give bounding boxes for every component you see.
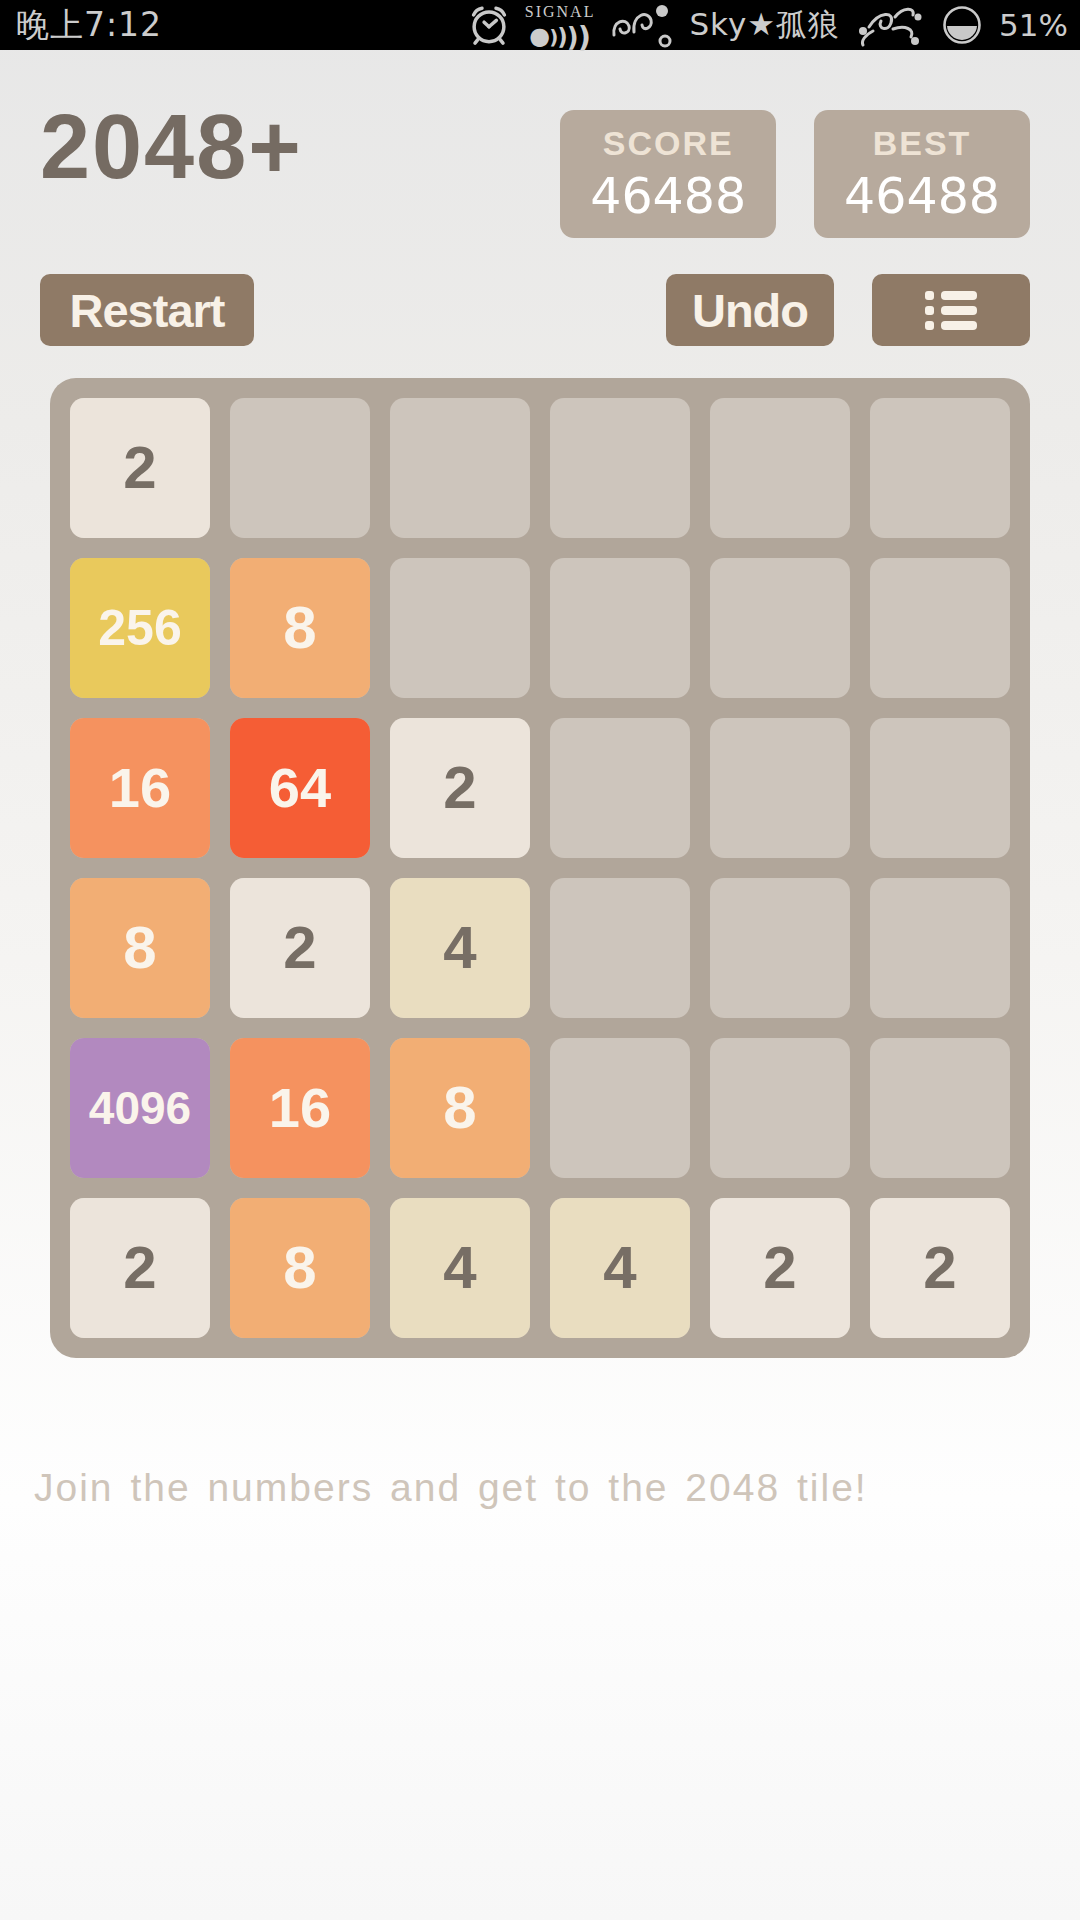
board-cell: 2 xyxy=(390,718,530,858)
signal-indicator: SIGNAL ●)))) xyxy=(525,4,596,47)
board-cell xyxy=(550,718,690,858)
board-cell: 8 xyxy=(390,1038,530,1178)
board-cell xyxy=(390,558,530,698)
board-cell: 2 xyxy=(70,1198,210,1338)
tile-4: 4 xyxy=(550,1198,690,1338)
board-cell xyxy=(870,878,1010,1018)
footer-tagline: Join the numbers and get to the 2048 til… xyxy=(34,1466,1034,1510)
tile-16: 16 xyxy=(70,718,210,858)
list-menu-icon xyxy=(925,291,977,330)
score-box: SCORE 46488 xyxy=(560,110,776,238)
score-label: SCORE xyxy=(603,124,734,163)
board-cell: 16 xyxy=(230,1038,370,1178)
board-cell: 4096 xyxy=(70,1038,210,1178)
board-cell xyxy=(550,398,690,538)
best-label: BEST xyxy=(873,124,972,163)
board-cell: 64 xyxy=(230,718,370,858)
board-cell: 2 xyxy=(870,1198,1010,1338)
board-cell xyxy=(870,1038,1010,1178)
score-row: SCORE 46488 BEST 46488 xyxy=(560,110,1030,238)
tile-2: 2 xyxy=(230,878,370,1018)
best-value: 46488 xyxy=(844,168,1000,225)
board-cell: 8 xyxy=(70,878,210,1018)
board-cell xyxy=(710,398,850,538)
board-cell: 8 xyxy=(230,1198,370,1338)
board-cell xyxy=(710,1038,850,1178)
score-value: 46488 xyxy=(590,168,746,225)
controls-row: Restart Undo xyxy=(40,274,1030,346)
clock-time: 晚上7:12 xyxy=(16,3,162,48)
undo-button[interactable]: Undo xyxy=(666,274,834,346)
tile-8: 8 xyxy=(230,558,370,698)
battery-circle-half-icon xyxy=(940,3,984,47)
signal-label: SIGNAL xyxy=(525,4,596,20)
tile-64: 64 xyxy=(230,718,370,858)
board-cell: 4 xyxy=(550,1198,690,1338)
flourish-right-icon xyxy=(855,1,925,49)
board-cell xyxy=(550,878,690,1018)
tile-16: 16 xyxy=(230,1038,370,1178)
board-cell xyxy=(870,558,1010,698)
tile-4: 4 xyxy=(390,1198,530,1338)
board-cell xyxy=(550,1038,690,1178)
tile-8: 8 xyxy=(70,878,210,1018)
board-cell xyxy=(390,398,530,538)
board-cell xyxy=(710,558,850,698)
tile-2: 2 xyxy=(870,1198,1010,1338)
tile-2: 2 xyxy=(710,1198,850,1338)
board-cell xyxy=(550,558,690,698)
tile-2: 2 xyxy=(70,398,210,538)
board-cell: 256 xyxy=(70,558,210,698)
menu-button[interactable] xyxy=(872,274,1030,346)
flourish-left-icon xyxy=(610,1,674,49)
status-bar: 晚上7:12 SIGNAL ●)))) Sky★孤狼 xyxy=(0,0,1080,50)
board-cell xyxy=(870,718,1010,858)
board-cell: 4 xyxy=(390,878,530,1018)
board[interactable]: 22568166428244096168284422 xyxy=(50,378,1030,1358)
board-cell xyxy=(710,718,850,858)
battery-percent-text: 51% xyxy=(999,7,1068,43)
board-cell xyxy=(710,878,850,1018)
board-cell: 2 xyxy=(70,398,210,538)
restart-button[interactable]: Restart xyxy=(40,274,254,346)
board-cell xyxy=(870,398,1010,538)
tile-8: 8 xyxy=(390,1038,530,1178)
board-cell: 8 xyxy=(230,558,370,698)
board-cell: 2 xyxy=(710,1198,850,1338)
alarm-clock-icon xyxy=(468,2,510,48)
controls-spacer xyxy=(254,274,666,346)
network-name-text: Sky★孤狼 xyxy=(689,4,840,46)
signal-strength-dots: ●)))) xyxy=(529,21,591,47)
tile-2: 2 xyxy=(70,1198,210,1338)
board-cell: 4 xyxy=(390,1198,530,1338)
tile-4096: 4096 xyxy=(70,1038,210,1178)
page-title: 2048+ xyxy=(40,96,303,199)
best-box: BEST 46488 xyxy=(814,110,1030,238)
tile-8: 8 xyxy=(230,1198,370,1338)
tile-2: 2 xyxy=(390,718,530,858)
tile-256: 256 xyxy=(70,558,210,698)
tile-4: 4 xyxy=(390,878,530,1018)
board-cell xyxy=(230,398,370,538)
statusbar-icon-cluster: SIGNAL ●)))) Sky★孤狼 51% xyxy=(468,1,1068,49)
board-cell: 2 xyxy=(230,878,370,1018)
board-cell: 16 xyxy=(70,718,210,858)
